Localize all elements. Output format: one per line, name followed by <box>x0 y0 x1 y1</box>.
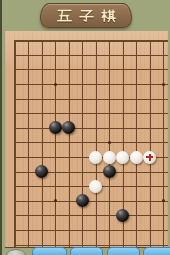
grid-line-vertical <box>42 40 43 247</box>
grid-line-vertical <box>69 40 70 247</box>
grid-line-horizontal <box>15 113 169 114</box>
stone-tray-icon <box>6 249 26 255</box>
grid-line-vertical <box>136 40 137 247</box>
grid-line-vertical <box>96 40 97 247</box>
grid-line-horizontal <box>15 55 169 56</box>
black-stone <box>116 209 129 222</box>
grid-line-vertical <box>55 40 56 247</box>
white-stone <box>143 151 156 164</box>
star-point <box>108 141 111 144</box>
toolbar-button-2[interactable] <box>70 247 103 255</box>
screen-edge <box>0 0 2 255</box>
grid-line-horizontal <box>15 230 169 231</box>
white-stone <box>89 180 102 193</box>
glyph-wu <box>57 8 72 23</box>
gomoku-board[interactable] <box>5 31 168 248</box>
toolbar-button-3[interactable] <box>107 247 140 255</box>
grid-line-vertical <box>82 40 83 247</box>
black-stone <box>76 194 89 207</box>
star-point <box>162 83 165 86</box>
glyph-qi <box>101 8 116 23</box>
last-move-marker <box>146 154 153 161</box>
black-stone <box>103 165 116 178</box>
grid-line-horizontal <box>15 201 169 202</box>
grid-line-horizontal <box>15 69 169 70</box>
star-point <box>162 199 165 202</box>
white-stone <box>130 151 143 164</box>
black-stone <box>62 121 75 134</box>
grid-line-horizontal <box>15 142 169 143</box>
glyph-zi <box>79 8 94 23</box>
toolbar-button-1[interactable] <box>32 247 67 255</box>
white-stone <box>103 151 116 164</box>
white-stone <box>89 151 102 164</box>
white-stone <box>116 151 129 164</box>
star-point <box>54 83 57 86</box>
grid-line-vertical <box>14 40 16 247</box>
grid-line-horizontal <box>15 84 169 85</box>
toolbar-button-4[interactable] <box>143 247 170 255</box>
title-banner: 五子棋 <box>40 3 132 28</box>
app-screen: 五子棋 <box>0 0 170 255</box>
star-point <box>54 199 57 202</box>
grid-line-vertical <box>28 40 29 247</box>
grid-line-vertical <box>163 40 164 247</box>
grid-line-horizontal <box>15 99 169 100</box>
grid-line-vertical <box>150 40 151 247</box>
black-stone <box>49 121 62 134</box>
black-stone <box>35 165 48 178</box>
grid-line-horizontal <box>15 40 169 42</box>
grid-line-horizontal <box>15 245 169 246</box>
grid-line-horizontal <box>15 215 169 216</box>
grid-line-horizontal <box>15 128 169 129</box>
